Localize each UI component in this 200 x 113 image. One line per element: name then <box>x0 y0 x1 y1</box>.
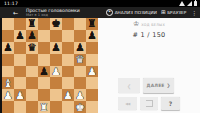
square-f3[interactable] <box>62 77 74 89</box>
square-d1[interactable]: ♜ <box>38 101 50 113</box>
square-a4[interactable] <box>2 66 14 78</box>
square-b1[interactable] <box>14 101 26 113</box>
square-h8[interactable]: ♜ <box>86 18 98 30</box>
square-f2[interactable]: ♟ <box>62 89 74 101</box>
square-g3[interactable] <box>74 77 86 89</box>
piece-black-queen: ♛ <box>27 42 36 53</box>
side-panel: ♔ ход белых # 1 / 150 ❮ ДАЛЕЕ ❯ ◀◀ ? <box>98 18 200 113</box>
square-a5[interactable] <box>2 54 14 66</box>
square-f5[interactable] <box>62 54 74 66</box>
square-a6[interactable]: ♟ <box>2 42 14 54</box>
square-b6[interactable] <box>14 42 26 54</box>
square-e8[interactable]: ♚ <box>50 18 62 30</box>
square-e3[interactable] <box>50 77 62 89</box>
square-f6[interactable] <box>62 42 74 54</box>
piece-white-pawn: ♟ <box>51 66 60 77</box>
square-d3[interactable] <box>38 77 50 89</box>
square-b8[interactable] <box>14 18 26 30</box>
square-d6[interactable] <box>38 42 50 54</box>
square-e1[interactable] <box>50 101 62 113</box>
square-g1[interactable]: ♚ <box>74 101 86 113</box>
status-icons <box>179 1 198 6</box>
square-b2[interactable]: ♟ <box>14 89 26 101</box>
piece-black-pawn: ♟ <box>87 30 96 41</box>
square-h4[interactable]: ♟ <box>86 66 98 78</box>
analysis-button[interactable]: ▶ АНАЛИЗ ПОЗИЦИИ <box>106 9 157 16</box>
overflow-menu-icon[interactable]: ⋮ <box>191 10 199 16</box>
piece-black-pawn: ♟ <box>15 30 24 41</box>
app-bar-actions: ▶ АНАЛИЗ ПОЗИЦИИ ⊞ БРАУЗЕР ⋮ <box>106 7 198 18</box>
square-g8[interactable] <box>74 18 86 30</box>
square-h2[interactable] <box>86 89 98 101</box>
piece-black-pawn: ♟ <box>39 66 48 77</box>
puzzle-counter: # 1 / 150 <box>98 31 200 39</box>
play-circle-icon: ▶ <box>106 9 113 16</box>
piece-black-pawn: ♟ <box>75 42 84 53</box>
square-c3[interactable] <box>26 77 38 89</box>
chevron-left-icon: ❮ <box>127 83 131 89</box>
square-b5[interactable] <box>14 54 26 66</box>
piece-white-king: ♚ <box>75 102 84 113</box>
browser-button[interactable]: ⊞ БРАУЗЕР <box>161 10 186 15</box>
piece-white-pawn: ♟ <box>3 90 12 101</box>
piece-black-pawn: ♟ <box>27 30 36 41</box>
square-h1[interactable] <box>86 101 98 113</box>
piece-white-pawn: ♟ <box>75 90 84 101</box>
square-f8[interactable] <box>62 18 74 30</box>
board-rect-icon <box>146 100 153 107</box>
square-a8[interactable] <box>2 18 14 30</box>
board-area: ♜♚♜♟♟♟♟♛♟♟♛♟♟♟♝♟♟♟♟♜♚ <box>0 18 98 113</box>
previous-button[interactable]: ❮ <box>118 78 140 93</box>
square-e5[interactable] <box>50 54 62 66</box>
app-bar-titles: Простые головоломки Мат в 1 ход <box>26 8 80 17</box>
square-a3[interactable]: ♝ <box>2 77 14 89</box>
turn-label: ход белых <box>141 23 165 27</box>
square-g5[interactable]: ♛ <box>74 54 86 66</box>
piece-white-pawn: ♟ <box>87 66 96 77</box>
signal-icon <box>187 1 192 6</box>
square-f4[interactable] <box>62 66 74 78</box>
square-h7[interactable]: ♟ <box>86 30 98 42</box>
next-label: ДАЛЕЕ <box>147 83 165 88</box>
piece-black-pawn: ♟ <box>3 42 12 53</box>
square-g2[interactable]: ♟ <box>74 89 86 101</box>
rewind-icon: ◀◀ <box>125 102 130 106</box>
board-list-button[interactable] <box>140 97 158 110</box>
square-d2[interactable] <box>38 89 50 101</box>
piece-white-pawn: ♟ <box>63 90 72 101</box>
piece-white-bishop: ♝ <box>3 78 12 89</box>
hint-button[interactable]: ? <box>161 97 180 110</box>
square-e4[interactable]: ♟ <box>50 66 62 78</box>
status-bar: 11:17 <box>0 0 200 7</box>
square-a7[interactable] <box>2 30 14 42</box>
piece-black-rook: ♜ <box>87 18 96 29</box>
square-e6[interactable]: ♟ <box>50 42 62 54</box>
white-king-crown-icon: ♔ <box>133 21 139 28</box>
square-h6[interactable] <box>86 42 98 54</box>
app-bar: ← Простые головоломки Мат в 1 ход ▶ АНАЛ… <box>0 7 200 18</box>
square-f1[interactable] <box>62 101 74 113</box>
turn-indicator: ♔ ход белых <box>98 21 200 28</box>
battery-icon <box>194 1 198 6</box>
clock-time: 11:17 <box>4 1 18 6</box>
next-button[interactable]: ДАЛЕЕ ❯ <box>143 78 174 93</box>
piece-black-pawn: ♟ <box>51 42 60 53</box>
square-e2[interactable] <box>50 89 62 101</box>
piece-black-rook: ♜ <box>27 18 36 29</box>
grid-icon: ⊞ <box>161 10 166 15</box>
square-g7[interactable] <box>74 30 86 42</box>
square-g4[interactable] <box>74 66 86 78</box>
square-b4[interactable] <box>14 66 26 78</box>
square-b7[interactable]: ♟ <box>14 30 26 42</box>
square-c8[interactable]: ♜ <box>26 18 38 30</box>
square-h5[interactable] <box>86 54 98 66</box>
square-c4[interactable] <box>26 66 38 78</box>
square-b3[interactable] <box>14 77 26 89</box>
square-c2[interactable] <box>26 89 38 101</box>
question-mark-icon: ? <box>169 100 172 107</box>
piece-white-queen: ♛ <box>75 54 84 65</box>
browser-label: БРАУЗЕР <box>167 10 186 15</box>
piece-black-king: ♚ <box>51 18 60 29</box>
square-c1[interactable] <box>26 101 38 113</box>
square-c5[interactable] <box>26 54 38 66</box>
square-g6[interactable]: ♟ <box>74 42 86 54</box>
analysis-label: АНАЛИЗ ПОЗИЦИИ <box>115 10 157 15</box>
square-e7[interactable] <box>50 30 62 42</box>
square-d8[interactable] <box>38 18 50 30</box>
square-c7[interactable]: ♟ <box>26 30 38 42</box>
square-d7[interactable] <box>38 30 50 42</box>
square-d4[interactable]: ♟ <box>38 66 50 78</box>
square-d5[interactable] <box>38 54 50 66</box>
piece-white-pawn: ♟ <box>15 90 24 101</box>
square-c6[interactable]: ♛ <box>26 42 38 54</box>
square-a1[interactable] <box>2 101 14 113</box>
piece-white-rook: ♜ <box>39 102 48 113</box>
square-a2[interactable]: ♟ <box>2 89 14 101</box>
chess-board[interactable]: ♜♚♜♟♟♟♟♛♟♟♛♟♟♟♝♟♟♟♟♜♚ <box>2 18 98 113</box>
chevron-right-icon: ❯ <box>167 83 171 88</box>
rewind-button[interactable]: ◀◀ <box>118 97 137 110</box>
wifi-icon <box>179 1 185 6</box>
square-f7[interactable] <box>62 30 74 42</box>
square-h3[interactable] <box>86 77 98 89</box>
back-arrow-icon[interactable]: ← <box>13 10 18 16</box>
